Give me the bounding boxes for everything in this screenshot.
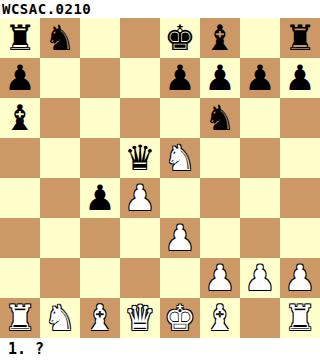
piece-white-rook: ♜ [284,298,315,338]
piece-black-pawn: ♟ [284,58,315,98]
square-g2[interactable]: ♟ [240,258,280,298]
square-b3[interactable] [40,218,80,258]
piece-white-pawn: ♟ [164,218,195,258]
piece-white-pawn: ♟ [284,258,315,298]
square-a5[interactable] [0,138,40,178]
square-g7[interactable]: ♟ [240,58,280,98]
square-f7[interactable]: ♟ [200,58,240,98]
piece-black-pawn: ♟ [204,58,235,98]
square-b6[interactable] [40,98,80,138]
square-d5[interactable]: ♛ [120,138,160,178]
square-d6[interactable] [120,98,160,138]
square-b4[interactable] [40,178,80,218]
square-h4[interactable] [280,178,320,218]
square-h1[interactable]: ♜ [280,298,320,338]
chess-program-window: WCSAC.0210 ♜♞♚♝♜♟♟♟♟♟♝♞♛♞♟♟♟♟♟♟♜♞♝♛♚♝♜ 1… [0,0,320,360]
piece-white-rook: ♜ [4,298,35,338]
piece-black-pawn: ♟ [4,58,35,98]
square-d3[interactable] [120,218,160,258]
piece-white-bishop: ♝ [84,298,115,338]
square-d1[interactable]: ♛ [120,298,160,338]
square-c2[interactable] [80,258,120,298]
square-g4[interactable] [240,178,280,218]
square-h8[interactable]: ♜ [280,18,320,58]
square-c3[interactable] [80,218,120,258]
piece-black-knight: ♞ [44,18,75,58]
piece-white-pawn: ♟ [124,178,155,218]
square-f1[interactable]: ♝ [200,298,240,338]
square-f6[interactable]: ♞ [200,98,240,138]
piece-white-pawn: ♟ [204,258,235,298]
square-e4[interactable] [160,178,200,218]
square-c5[interactable] [80,138,120,178]
square-d8[interactable] [120,18,160,58]
piece-black-pawn: ♟ [244,58,275,98]
piece-black-bishop: ♝ [4,98,35,138]
square-a1[interactable]: ♜ [0,298,40,338]
square-a2[interactable] [0,258,40,298]
square-a4[interactable] [0,178,40,218]
piece-black-knight: ♞ [204,98,235,138]
square-c4[interactable]: ♟ [80,178,120,218]
square-h2[interactable]: ♟ [280,258,320,298]
square-b5[interactable] [40,138,80,178]
diagram-title: WCSAC.0210 [2,0,91,18]
move-prompt: 1. ? [8,338,44,360]
square-a3[interactable] [0,218,40,258]
square-e6[interactable] [160,98,200,138]
square-d2[interactable] [120,258,160,298]
square-f5[interactable] [200,138,240,178]
piece-white-bishop: ♝ [204,298,235,338]
square-g1[interactable] [240,298,280,338]
square-e7[interactable]: ♟ [160,58,200,98]
piece-black-bishop: ♝ [204,18,235,58]
title-bar: WCSAC.0210 [0,0,320,18]
piece-black-king: ♚ [164,18,195,58]
piece-white-queen: ♛ [124,298,155,338]
piece-black-pawn: ♟ [84,178,115,218]
square-e2[interactable] [160,258,200,298]
square-h6[interactable] [280,98,320,138]
square-b8[interactable]: ♞ [40,18,80,58]
square-h3[interactable] [280,218,320,258]
square-e5[interactable]: ♞ [160,138,200,178]
square-a7[interactable]: ♟ [0,58,40,98]
piece-black-pawn: ♟ [164,58,195,98]
caption-bar: 1. ? [0,338,320,360]
chess-board: ♜♞♚♝♜♟♟♟♟♟♝♞♛♞♟♟♟♟♟♟♜♞♝♛♚♝♜ [0,18,320,338]
square-a6[interactable]: ♝ [0,98,40,138]
square-c8[interactable] [80,18,120,58]
square-b2[interactable] [40,258,80,298]
square-g5[interactable] [240,138,280,178]
square-b1[interactable]: ♞ [40,298,80,338]
square-f8[interactable]: ♝ [200,18,240,58]
square-b7[interactable] [40,58,80,98]
piece-black-rook: ♜ [4,18,35,58]
square-d7[interactable] [120,58,160,98]
piece-black-queen: ♛ [124,138,155,178]
square-c7[interactable] [80,58,120,98]
piece-white-king: ♚ [164,298,195,338]
square-h5[interactable] [280,138,320,178]
square-f4[interactable] [200,178,240,218]
square-g8[interactable] [240,18,280,58]
square-h7[interactable]: ♟ [280,58,320,98]
square-a8[interactable]: ♜ [0,18,40,58]
square-e8[interactable]: ♚ [160,18,200,58]
square-e3[interactable]: ♟ [160,218,200,258]
piece-black-rook: ♜ [284,18,315,58]
piece-white-knight: ♞ [44,298,75,338]
square-g3[interactable] [240,218,280,258]
square-c6[interactable] [80,98,120,138]
piece-white-pawn: ♟ [244,258,275,298]
piece-white-knight: ♞ [164,138,195,178]
square-f2[interactable]: ♟ [200,258,240,298]
square-e1[interactable]: ♚ [160,298,200,338]
square-d4[interactable]: ♟ [120,178,160,218]
square-f3[interactable] [200,218,240,258]
square-c1[interactable]: ♝ [80,298,120,338]
square-g6[interactable] [240,98,280,138]
